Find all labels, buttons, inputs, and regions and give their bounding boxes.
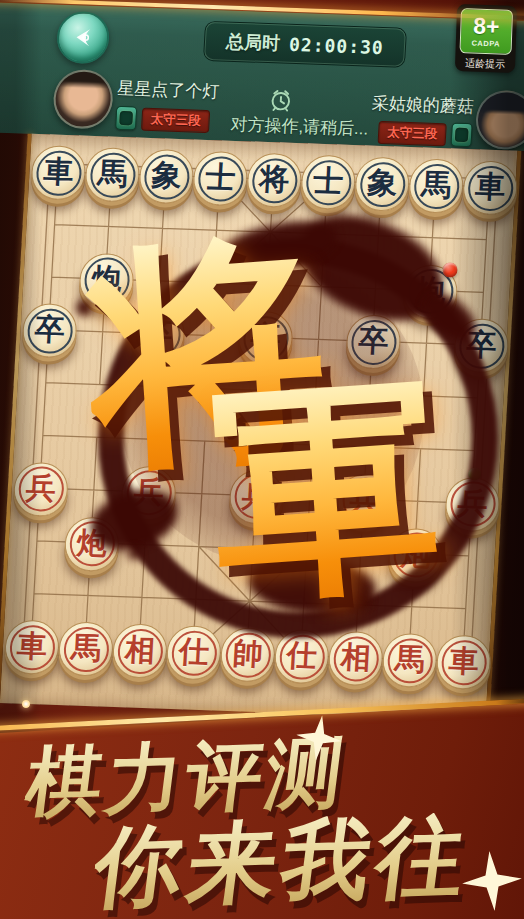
piece-glyph: 卒 bbox=[142, 318, 174, 349]
piece-black-馬[interactable]: 馬 bbox=[408, 158, 465, 214]
age-rating-caption: 适龄提示 bbox=[465, 56, 505, 71]
sparkle-dot bbox=[22, 700, 30, 708]
piece-red-車[interactable]: 車 bbox=[435, 635, 492, 691]
piece-glyph: 車 bbox=[474, 171, 506, 202]
piece-glyph: 馬 bbox=[70, 633, 102, 664]
piece-black-卒[interactable]: 卒 bbox=[21, 303, 78, 359]
piece-glyph: 卒 bbox=[250, 322, 282, 353]
piece-glyph: 炮 bbox=[76, 527, 108, 558]
piece-glyph: 車 bbox=[16, 631, 48, 662]
piece-glyph: 兵 bbox=[457, 488, 489, 519]
piece-red-兵[interactable]: 兵 bbox=[336, 473, 393, 529]
piece-black-車[interactable]: 車 bbox=[30, 145, 87, 201]
piece-red-炮[interactable]: 炮 bbox=[63, 516, 120, 572]
piece-black-卒[interactable]: 卒 bbox=[237, 311, 294, 367]
piece-glyph: 卒 bbox=[466, 330, 498, 361]
piece-red-相[interactable]: 相 bbox=[111, 623, 168, 679]
piece-black-卒[interactable]: 卒 bbox=[345, 314, 402, 370]
age-rating-org: CADPA bbox=[471, 39, 500, 49]
piece-glyph: 兵 bbox=[25, 473, 57, 504]
sparkle-star bbox=[459, 848, 524, 913]
piece-glyph: 馬 bbox=[97, 158, 129, 189]
last-move-red-dot bbox=[442, 262, 458, 278]
pieces-layer: 車馬象士将士象馬車炮炮卒卒卒卒卒兵兵兵兵兵炮炮車馬相仕帥仕相馬車 bbox=[0, 2, 524, 721]
piece-black-馬[interactable]: 馬 bbox=[84, 147, 141, 203]
piece-black-士[interactable]: 士 bbox=[300, 154, 357, 210]
piece-glyph: 相 bbox=[124, 635, 156, 666]
piece-black-炮[interactable]: 炮 bbox=[78, 252, 135, 308]
piece-red-炮[interactable]: 炮 bbox=[387, 527, 444, 583]
piece-black-卒[interactable]: 卒 bbox=[453, 318, 510, 374]
app-frame: 总局时 02:00:30 星星点了个灯 太守三段 对方操作,请稍后... 采姑娘… bbox=[0, 0, 524, 919]
piece-glyph: 士 bbox=[205, 162, 237, 193]
piece-black-卒[interactable]: 卒 bbox=[129, 307, 186, 363]
piece-red-兵[interactable]: 兵 bbox=[12, 461, 69, 517]
sparkle-star bbox=[293, 712, 345, 764]
promo-banner bbox=[0, 695, 524, 919]
piece-glyph: 炮 bbox=[400, 539, 432, 570]
piece-red-馬[interactable]: 馬 bbox=[381, 633, 438, 689]
piece-glyph: 象 bbox=[367, 168, 399, 199]
game-screen: 总局时 02:00:30 星星点了个灯 太守三段 对方操作,请稍后... 采姑娘… bbox=[0, 2, 524, 721]
piece-red-帥[interactable]: 帥 bbox=[219, 627, 276, 683]
piece-glyph: 士 bbox=[313, 166, 345, 197]
piece-glyph: 相 bbox=[340, 642, 372, 673]
piece-red-兵[interactable]: 兵 bbox=[120, 465, 177, 521]
piece-red-兵[interactable]: 兵 bbox=[444, 476, 501, 532]
piece-red-馬[interactable]: 馬 bbox=[57, 621, 114, 677]
piece-black-士[interactable]: 士 bbox=[192, 151, 249, 207]
piece-glyph: 馬 bbox=[420, 170, 452, 201]
piece-glyph: 卒 bbox=[34, 314, 66, 345]
piece-red-兵[interactable]: 兵 bbox=[228, 469, 285, 525]
piece-glyph: 車 bbox=[448, 646, 480, 677]
piece-glyph: 炮 bbox=[91, 264, 123, 295]
piece-black-将[interactable]: 将 bbox=[246, 152, 303, 208]
piece-glyph: 馬 bbox=[394, 644, 426, 675]
piece-glyph: 兵 bbox=[133, 476, 165, 507]
piece-glyph: 帥 bbox=[232, 638, 264, 669]
piece-black-象[interactable]: 象 bbox=[354, 156, 411, 212]
piece-glyph: 象 bbox=[151, 160, 183, 191]
piece-black-象[interactable]: 象 bbox=[138, 149, 195, 205]
piece-glyph: 仕 bbox=[286, 640, 318, 671]
piece-glyph: 卒 bbox=[358, 326, 390, 357]
piece-red-車[interactable]: 車 bbox=[3, 619, 60, 675]
piece-glyph: 炮 bbox=[415, 275, 447, 306]
piece-glyph: 兵 bbox=[349, 484, 381, 515]
piece-red-仕[interactable]: 仕 bbox=[165, 625, 222, 681]
banner-line-2 bbox=[88, 810, 520, 919]
piece-glyph: 将 bbox=[259, 164, 291, 195]
piece-black-車[interactable]: 車 bbox=[462, 160, 519, 216]
piece-red-相[interactable]: 相 bbox=[327, 631, 384, 687]
piece-glyph: 車 bbox=[43, 156, 75, 187]
piece-glyph: 兵 bbox=[241, 480, 273, 511]
piece-glyph: 仕 bbox=[178, 637, 210, 668]
piece-red-仕[interactable]: 仕 bbox=[273, 629, 330, 685]
